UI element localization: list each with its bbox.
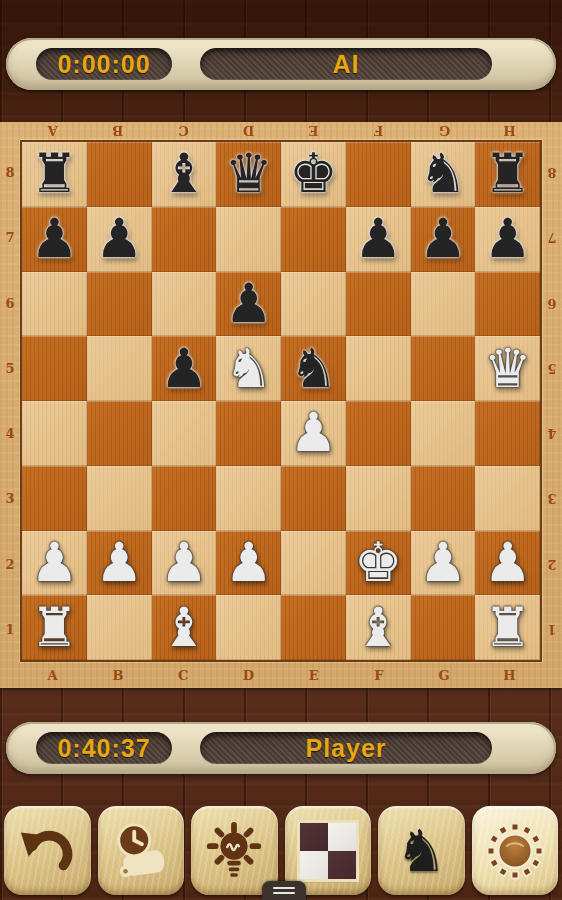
black-pawn-g7[interactable]: ♟	[411, 207, 476, 272]
coordinate-label: 1	[542, 597, 562, 662]
square-b1[interactable]	[87, 595, 152, 660]
black-pawn-h7[interactable]: ♟	[475, 207, 540, 272]
square-a2[interactable]: ♟	[22, 531, 87, 596]
white-bishop-f1[interactable]: ♝	[346, 595, 411, 660]
square-g6[interactable]	[411, 272, 476, 337]
square-e7[interactable]	[281, 207, 346, 272]
square-h1[interactable]: ♜	[475, 595, 540, 660]
white-pawn-d2[interactable]: ♟	[216, 531, 281, 596]
coordinate-label: C	[151, 122, 216, 140]
square-e3[interactable]	[281, 466, 346, 531]
square-d6[interactable]: ♟	[216, 272, 281, 337]
square-d7[interactable]	[216, 207, 281, 272]
square-h8[interactable]: ♜	[475, 142, 540, 207]
coordinate-label: 4	[0, 401, 20, 466]
black-queen-d8[interactable]: ♛	[216, 142, 281, 207]
square-c7[interactable]	[152, 207, 217, 272]
square-c1[interactable]: ♝	[152, 595, 217, 660]
player-clock: 0:40:37	[36, 732, 172, 764]
coordinate-label: A	[20, 662, 85, 688]
coordinate-label: 3	[542, 466, 562, 531]
square-f3[interactable]	[346, 466, 411, 531]
square-g4[interactable]	[411, 401, 476, 466]
undo-arrow-icon	[16, 820, 78, 882]
black-king-e8[interactable]: ♚	[281, 142, 346, 207]
square-d5[interactable]: ♞	[216, 336, 281, 401]
coordinate-label: 3	[0, 466, 20, 531]
square-d1[interactable]	[216, 595, 281, 660]
coordinate-label: F	[346, 122, 411, 140]
coordinate-label: 8	[542, 140, 562, 205]
square-a5[interactable]	[22, 336, 87, 401]
square-b3[interactable]	[87, 466, 152, 531]
coordinate-label: 8	[0, 140, 20, 205]
square-a8[interactable]: ♜	[22, 142, 87, 207]
square-a1[interactable]: ♜	[22, 595, 87, 660]
white-knight-d5[interactable]: ♞	[216, 336, 281, 401]
black-pawn-f7[interactable]: ♟	[346, 207, 411, 272]
coordinate-label: A	[20, 122, 85, 140]
square-d2[interactable]: ♟	[216, 531, 281, 596]
white-pawn-c2[interactable]: ♟	[152, 531, 217, 596]
coordinate-label: 6	[542, 271, 562, 336]
square-e1[interactable]	[281, 595, 346, 660]
undo-button[interactable]	[4, 806, 91, 895]
square-d4[interactable]	[216, 401, 281, 466]
square-b4[interactable]	[87, 401, 152, 466]
coordinate-label: 2	[0, 532, 20, 597]
opponent-name: AI	[200, 48, 492, 80]
coordinate-label: 5	[542, 336, 562, 401]
square-b5[interactable]	[87, 336, 152, 401]
white-pawn-a2[interactable]: ♟	[22, 531, 87, 596]
coordinate-label: 7	[0, 205, 20, 270]
chess-app-screen: 0:00:00 AI ABCDEFGH 87654321 87654321 AB…	[0, 0, 562, 900]
coordinate-label: G	[412, 122, 477, 140]
black-pawn-b7[interactable]: ♟	[87, 207, 152, 272]
square-b6[interactable]	[87, 272, 152, 337]
rank-labels-right: 87654321	[542, 140, 562, 662]
square-a4[interactable]	[22, 401, 87, 466]
black-bishop-c8[interactable]: ♝	[152, 142, 217, 207]
chess-board: ABCDEFGH 87654321 87654321 ABCDEFGH ♜♝♛♚…	[0, 122, 562, 688]
square-f4[interactable]	[346, 401, 411, 466]
rank-labels-left: 87654321	[0, 140, 20, 662]
square-g1[interactable]	[411, 595, 476, 660]
square-c6[interactable]	[152, 272, 217, 337]
black-pawn-c5[interactable]: ♟	[152, 336, 217, 401]
file-labels-bottom: ABCDEFGH	[20, 662, 542, 688]
coordinate-label: 7	[542, 205, 562, 270]
white-queen-h5[interactable]: ♛	[475, 336, 540, 401]
square-g8[interactable]: ♞	[411, 142, 476, 207]
player-clock-text: 0:40:37	[57, 734, 150, 763]
square-c4[interactable]	[152, 401, 217, 466]
opponent-name-text: AI	[333, 50, 360, 79]
coordinate-label: 6	[0, 271, 20, 336]
black-knight-e5[interactable]: ♞	[281, 336, 346, 401]
square-f1[interactable]: ♝	[346, 595, 411, 660]
checkerboard-icon	[300, 823, 356, 879]
white-king-f2[interactable]: ♚	[346, 531, 411, 596]
square-g7[interactable]: ♟	[411, 207, 476, 272]
square-d8[interactable]: ♛	[216, 142, 281, 207]
player-name: Player	[200, 732, 492, 764]
square-h2[interactable]: ♟	[475, 531, 540, 596]
square-e5[interactable]: ♞	[281, 336, 346, 401]
square-f5[interactable]	[346, 336, 411, 401]
player-clock-bar: 0:40:37 Player	[6, 722, 556, 774]
white-pawn-e4[interactable]: ♟	[281, 401, 346, 466]
square-h6[interactable]	[475, 272, 540, 337]
board-inner-frame: ♜♝♛♚♞♜♟♟♟♟♟♟♟♞♞♛♟♟♟♟♟♚♟♟♜♝♝♜	[20, 140, 542, 662]
square-h3[interactable]	[475, 466, 540, 531]
menu-handle-bar	[273, 892, 295, 894]
square-d3[interactable]	[216, 466, 281, 531]
square-c8[interactable]: ♝	[152, 142, 217, 207]
square-h4[interactable]	[475, 401, 540, 466]
square-a6[interactable]	[22, 272, 87, 337]
square-e6[interactable]	[281, 272, 346, 337]
square-a7[interactable]: ♟	[22, 207, 87, 272]
square-f2[interactable]: ♚	[346, 531, 411, 596]
coordinate-label: H	[477, 662, 542, 688]
square-f7[interactable]: ♟	[346, 207, 411, 272]
square-e2[interactable]	[281, 531, 346, 596]
square-g2[interactable]: ♟	[411, 531, 476, 596]
coordinate-label: 2	[542, 532, 562, 597]
square-f8[interactable]	[346, 142, 411, 207]
coordinate-label: 5	[0, 336, 20, 401]
black-rook-h8[interactable]: ♜	[475, 142, 540, 207]
coordinate-label: D	[216, 662, 281, 688]
square-g5[interactable]	[411, 336, 476, 401]
coordinate-label: E	[281, 122, 346, 140]
coordinate-label: G	[412, 662, 477, 688]
white-pawn-b2[interactable]: ♟	[87, 531, 152, 596]
black-knight-g8[interactable]: ♞	[411, 142, 476, 207]
coordinate-label: H	[477, 122, 542, 140]
opponent-clock-bar: 0:00:00 AI	[6, 38, 556, 90]
coordinate-label: B	[85, 122, 150, 140]
coordinate-label: 4	[542, 401, 562, 466]
opponent-clock-text: 0:00:00	[57, 50, 150, 79]
square-a3[interactable]	[22, 466, 87, 531]
black-rook-a8[interactable]: ♜	[22, 142, 87, 207]
black-pawn-d6[interactable]: ♟	[216, 272, 281, 337]
white-bishop-c1[interactable]: ♝	[152, 595, 217, 660]
opponent-clock: 0:00:00	[36, 48, 172, 80]
menu-handle-bar	[273, 887, 295, 889]
square-f6[interactable]	[346, 272, 411, 337]
coordinate-label: F	[346, 662, 411, 688]
white-rook-h1[interactable]: ♜	[475, 595, 540, 660]
coordinate-label: 1	[0, 597, 20, 662]
coordinate-label: B	[85, 662, 150, 688]
square-h5[interactable]: ♛	[475, 336, 540, 401]
coordinate-label: D	[216, 122, 281, 140]
white-pawn-h2[interactable]: ♟	[475, 531, 540, 596]
board-squares: ♜♝♛♚♞♜♟♟♟♟♟♟♟♞♞♛♟♟♟♟♟♚♟♟♜♝♝♜	[22, 142, 540, 660]
square-b8[interactable]	[87, 142, 152, 207]
settings-wheel-icon	[483, 819, 547, 883]
black-pawn-a7[interactable]: ♟	[22, 207, 87, 272]
square-c2[interactable]: ♟	[152, 531, 217, 596]
square-b7[interactable]: ♟	[87, 207, 152, 272]
square-c3[interactable]	[152, 466, 217, 531]
coordinate-label: E	[281, 662, 346, 688]
square-h7[interactable]: ♟	[475, 207, 540, 272]
square-b2[interactable]: ♟	[87, 531, 152, 596]
black-knight-icon: ♞	[395, 822, 447, 880]
scroll-clock-icon	[110, 820, 172, 882]
white-pawn-g2[interactable]: ♟	[411, 531, 476, 596]
white-rook-a1[interactable]: ♜	[22, 595, 87, 660]
settings-button[interactable]	[472, 806, 559, 895]
square-e8[interactable]: ♚	[281, 142, 346, 207]
player-name-text: Player	[305, 734, 386, 763]
coordinate-label: C	[151, 662, 216, 688]
move-history-button[interactable]	[98, 806, 185, 895]
lightbulb-icon	[203, 820, 265, 882]
square-g3[interactable]	[411, 466, 476, 531]
file-labels-top: ABCDEFGH	[20, 122, 542, 140]
square-e4[interactable]: ♟	[281, 401, 346, 466]
square-c5[interactable]: ♟	[152, 336, 217, 401]
menu-handle[interactable]	[262, 881, 306, 900]
piece-style-button[interactable]: ♞	[378, 806, 465, 895]
